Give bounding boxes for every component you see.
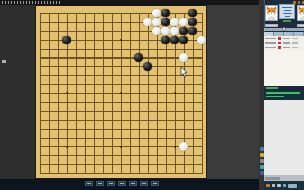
- row-label: [265, 42, 276, 44]
- app-background: [207, 5, 259, 179]
- sidebar-tool-icon[interactable]: [260, 147, 264, 151]
- black-stone: [188, 18, 196, 26]
- action-button[interactable]: [151, 181, 159, 186]
- sidebar-tool-icon[interactable]: [260, 165, 264, 169]
- black-stone: [188, 9, 196, 17]
- bottom-action-bar: [0, 179, 259, 190]
- send-button[interactable]: [288, 184, 297, 188]
- left-panel-marker: [2, 60, 6, 63]
- row-label: [265, 38, 276, 40]
- fox-avatar-icon: [266, 6, 277, 20]
- row-label: [265, 47, 276, 49]
- chat-log-area[interactable]: [264, 100, 304, 175]
- slider-knob[interactable]: [282, 27, 286, 31]
- white-stone: [179, 142, 187, 150]
- black-stone: [62, 36, 70, 44]
- white-stone: [152, 9, 160, 17]
- chat-tool-icon[interactable]: [277, 184, 281, 188]
- white-stone: [179, 18, 187, 26]
- white-stone: [161, 27, 169, 35]
- action-button[interactable]: [107, 181, 115, 186]
- info-text-line: [282, 7, 292, 9]
- status-chip: [283, 20, 291, 23]
- stones-grid: [35, 9, 206, 178]
- action-button[interactable]: [140, 181, 148, 186]
- tool-icon-stack: [260, 147, 264, 175]
- fox-avatar-icon: [298, 6, 304, 20]
- white-stone: [170, 18, 178, 26]
- black-stone: [161, 36, 169, 44]
- white-stone: [170, 27, 178, 35]
- stone-marker-icon: [278, 46, 281, 49]
- game-info-rows: [264, 36, 304, 50]
- player-black-card[interactable]: [265, 5, 278, 21]
- info-text-line: [284, 10, 291, 12]
- mouse-cursor-icon: [180, 67, 188, 78]
- black-stone: [161, 9, 169, 17]
- stone-marker-icon: [278, 42, 281, 45]
- maximize-dot-icon[interactable]: [298, 1, 301, 4]
- action-button[interactable]: [85, 181, 93, 186]
- chat-messages: [264, 90, 304, 100]
- game-info-card: [279, 4, 295, 19]
- row-extra: [292, 38, 298, 40]
- info-text-line: [285, 16, 290, 18]
- white-stone: [197, 36, 205, 44]
- action-button[interactable]: [118, 181, 126, 186]
- player-black-name: [265, 24, 278, 27]
- row-extra: [292, 47, 298, 49]
- info-text-line: [283, 13, 292, 15]
- white-stone: [152, 18, 160, 26]
- window-title-text: [2, 1, 60, 4]
- scrollbar-handle[interactable]: [265, 177, 280, 180]
- chat-line: [266, 96, 284, 98]
- white-stone: [179, 53, 187, 61]
- black-stone: [170, 36, 178, 44]
- action-button[interactable]: [129, 181, 137, 186]
- row-value: [283, 42, 290, 44]
- sidebar-tool-icon[interactable]: [260, 159, 264, 163]
- player-white-name: [297, 24, 304, 27]
- player-white-card[interactable]: [297, 5, 304, 21]
- chat-tool-icon[interactable]: [283, 184, 287, 188]
- chat-header-text: [266, 87, 278, 89]
- chat-line: [266, 92, 300, 94]
- go-board[interactable]: [35, 5, 207, 179]
- black-stone: [161, 18, 169, 26]
- row-value: [283, 47, 290, 49]
- black-stone: [179, 27, 187, 35]
- left-panel: [0, 5, 35, 179]
- white-stone: [143, 18, 151, 26]
- row-value: [283, 38, 290, 40]
- move-list-area[interactable]: [264, 50, 304, 86]
- sidebar-tool-icon[interactable]: [260, 153, 264, 157]
- go-app-window: [0, 0, 304, 190]
- close-dot-icon[interactable]: [302, 1, 304, 4]
- stone-marker-icon: [278, 37, 281, 40]
- action-buttons: [85, 181, 159, 186]
- info-table-row[interactable]: [264, 41, 304, 45]
- action-button[interactable]: [96, 181, 104, 186]
- black-stone: [143, 62, 151, 70]
- white-stone: [152, 27, 160, 35]
- chat-input-bar[interactable]: [264, 181, 304, 190]
- chat-tool-icon[interactable]: [272, 184, 276, 188]
- black-stone: [134, 53, 142, 61]
- row-extra: [292, 42, 298, 44]
- info-table-row[interactable]: [264, 37, 304, 41]
- sidebar-tool-icon[interactable]: [260, 171, 264, 175]
- black-stone: [188, 27, 196, 35]
- black-stone: [179, 36, 187, 44]
- emoji-icon[interactable]: [266, 184, 270, 188]
